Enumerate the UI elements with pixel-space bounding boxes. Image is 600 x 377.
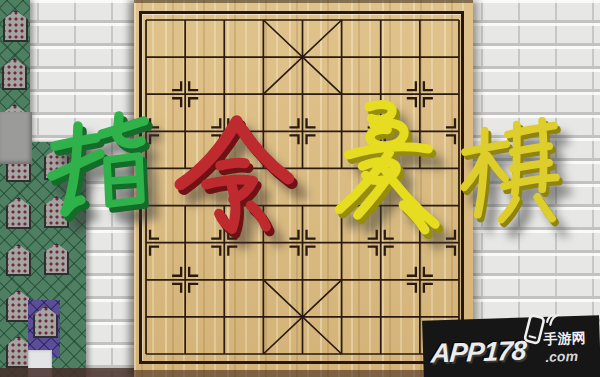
window-icon <box>33 306 58 338</box>
title-char-qi <box>461 113 559 237</box>
splash-scene: 指 令 象 棋 <box>0 0 600 377</box>
board-top-edge <box>134 0 473 3</box>
title-char-zhi <box>48 110 148 222</box>
watermark-domain: .com <box>545 348 578 365</box>
title-char-ling <box>173 114 291 236</box>
window-icon <box>3 10 28 42</box>
window-icon <box>6 197 31 229</box>
concrete-patch <box>0 112 32 164</box>
watermark: APP178 手游网 .com <box>422 315 600 377</box>
window-icon <box>44 243 69 275</box>
watermark-brand: APP178 <box>430 336 527 370</box>
window-icon <box>6 244 31 276</box>
title-char-xiang <box>328 100 442 238</box>
palace-center-dot <box>301 55 305 59</box>
ground-shadow <box>0 368 135 377</box>
board-bottom-shadow <box>134 370 473 377</box>
watermark-site: 手游网 <box>543 330 586 349</box>
palace-center-dot <box>301 315 305 319</box>
window-icon <box>2 58 27 90</box>
